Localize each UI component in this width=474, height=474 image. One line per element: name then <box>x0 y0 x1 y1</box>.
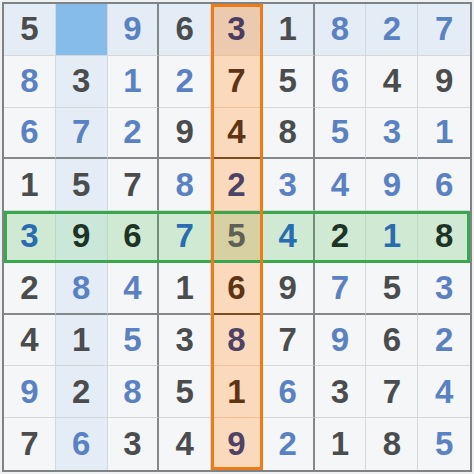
cell-r9c6[interactable]: 2 <box>263 418 315 470</box>
cell-r7c7[interactable]: 9 <box>315 315 367 367</box>
cell-r5c1[interactable]: 3 <box>4 211 56 263</box>
cell-r2c7[interactable]: 6 <box>315 56 367 108</box>
cell-r7c8[interactable]: 6 <box>366 315 418 367</box>
cell-r3c4[interactable]: 9 <box>159 108 211 160</box>
cell-r8c5[interactable]: 1 <box>211 366 263 418</box>
cell-r8c6[interactable]: 6 <box>263 366 315 418</box>
cell-r2c8[interactable]: 4 <box>366 56 418 108</box>
cell-r8c1[interactable]: 9 <box>4 366 56 418</box>
cell-r2c3[interactable]: 1 <box>108 56 160 108</box>
cell-r9c9[interactable]: 5 <box>418 418 470 470</box>
cell-r4c5[interactable]: 2 <box>211 159 263 211</box>
cell-r9c8[interactable]: 8 <box>366 418 418 470</box>
cell-r3c9[interactable]: 1 <box>418 108 470 160</box>
cell-r6c9[interactable]: 3 <box>418 263 470 315</box>
cell-r8c7[interactable]: 3 <box>315 366 367 418</box>
cell-r1c5[interactable]: 3 <box>211 4 263 56</box>
cell-r4c9[interactable]: 6 <box>418 159 470 211</box>
cell-r1c8[interactable]: 2 <box>366 4 418 56</box>
cell-r1c6[interactable]: 1 <box>263 4 315 56</box>
cell-r5c3[interactable]: 6 <box>108 211 160 263</box>
cell-r4c3[interactable]: 7 <box>108 159 160 211</box>
cell-r3c8[interactable]: 3 <box>366 108 418 160</box>
sudoku-board: 5812943674736158292697835143579614828124… <box>2 2 472 472</box>
cell-r1c1[interactable]: 5 <box>4 4 56 56</box>
cell-r1c2[interactable] <box>56 4 108 56</box>
cell-r4c2[interactable]: 5 <box>56 159 108 211</box>
cell-r4c7[interactable]: 4 <box>315 159 367 211</box>
cell-r4c4[interactable]: 8 <box>159 159 211 211</box>
cell-r5c4[interactable]: 7 <box>159 211 211 263</box>
cell-r5c7[interactable]: 2 <box>315 211 367 263</box>
cell-r9c1[interactable]: 7 <box>4 418 56 470</box>
cell-r8c3[interactable]: 8 <box>108 366 160 418</box>
cell-r7c9[interactable]: 2 <box>418 315 470 367</box>
cell-r3c2[interactable]: 7 <box>56 108 108 160</box>
cell-r1c4[interactable]: 6 <box>159 4 211 56</box>
cell-r3c1[interactable]: 6 <box>4 108 56 160</box>
cell-r3c7[interactable]: 5 <box>315 108 367 160</box>
cell-r2c1[interactable]: 8 <box>4 56 56 108</box>
cell-r7c2[interactable]: 1 <box>56 315 108 367</box>
cell-r3c3[interactable]: 2 <box>108 108 160 160</box>
cell-r9c7[interactable]: 1 <box>315 418 367 470</box>
cell-r1c7[interactable]: 8 <box>315 4 367 56</box>
cell-r5c9[interactable]: 8 <box>418 211 470 263</box>
cell-r5c8[interactable]: 1 <box>366 211 418 263</box>
cell-r8c8[interactable]: 7 <box>366 366 418 418</box>
cell-r9c3[interactable]: 3 <box>108 418 160 470</box>
cell-r7c3[interactable]: 5 <box>108 315 160 367</box>
cell-r6c7[interactable]: 7 <box>315 263 367 315</box>
cell-r6c2[interactable]: 8 <box>56 263 108 315</box>
cell-r5c5[interactable]: 5 <box>211 211 263 263</box>
cell-r6c6[interactable]: 9 <box>263 263 315 315</box>
cell-r3c5[interactable]: 4 <box>211 108 263 160</box>
cell-r8c2[interactable]: 2 <box>56 366 108 418</box>
cell-r6c4[interactable]: 1 <box>159 263 211 315</box>
cell-r7c1[interactable]: 4 <box>4 315 56 367</box>
cell-r8c9[interactable]: 4 <box>418 366 470 418</box>
cell-r7c6[interactable]: 7 <box>263 315 315 367</box>
cell-r3c6[interactable]: 8 <box>263 108 315 160</box>
cell-r2c4[interactable]: 2 <box>159 56 211 108</box>
cell-r9c2[interactable]: 6 <box>56 418 108 470</box>
cell-r2c2[interactable]: 3 <box>56 56 108 108</box>
cell-r9c5[interactable]: 9 <box>211 418 263 470</box>
cell-r6c8[interactable]: 5 <box>366 263 418 315</box>
cell-r1c9[interactable]: 7 <box>418 4 470 56</box>
board-frame: 5812943674736158292697835143579614828124… <box>0 0 474 474</box>
cell-r1c3[interactable]: 9 <box>108 4 160 56</box>
cell-r4c1[interactable]: 1 <box>4 159 56 211</box>
cell-r9c4[interactable]: 4 <box>159 418 211 470</box>
cell-r5c2[interactable]: 9 <box>56 211 108 263</box>
cell-r6c3[interactable]: 4 <box>108 263 160 315</box>
cell-r7c5[interactable]: 8 <box>211 315 263 367</box>
cell-r7c4[interactable]: 3 <box>159 315 211 367</box>
cell-r6c1[interactable]: 2 <box>4 263 56 315</box>
cell-r2c9[interactable]: 9 <box>418 56 470 108</box>
cell-r2c5[interactable]: 7 <box>211 56 263 108</box>
cell-r5c6[interactable]: 4 <box>263 211 315 263</box>
cell-r6c5[interactable]: 6 <box>211 263 263 315</box>
cell-r4c8[interactable]: 9 <box>366 159 418 211</box>
cell-r8c4[interactable]: 5 <box>159 366 211 418</box>
cell-r2c6[interactable]: 5 <box>263 56 315 108</box>
cell-r4c6[interactable]: 3 <box>263 159 315 211</box>
